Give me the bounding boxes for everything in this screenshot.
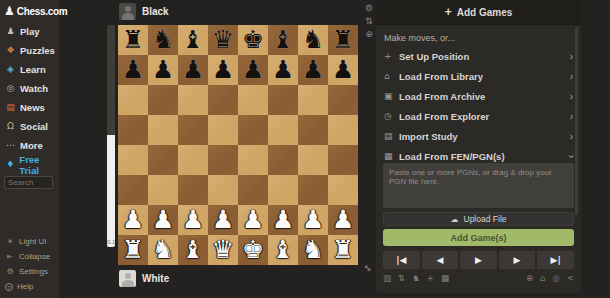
white-bishop[interactable]: ♝ [182,235,204,265]
board-tools: ⚙⇅⊕ [363,3,375,39]
square-d4[interactable] [208,145,238,175]
white-rook[interactable]: ♜ [122,235,144,265]
white-bishop[interactable]: ♝ [272,235,294,265]
square-f1[interactable]: ♝ [268,235,298,265]
black-pawn[interactable]: ♟ [332,55,354,85]
square-g2[interactable]: ♟ [298,205,328,235]
square-g8[interactable]: ♞ [298,25,328,55]
go-to-end-button[interactable]: ▶| [537,251,574,269]
play-button[interactable]: ▶ [460,251,497,269]
black-rook[interactable]: ♜ [332,25,354,55]
add-games-title: Add Games [457,7,513,18]
square-b6[interactable] [148,85,178,115]
white-pawn[interactable]: ♟ [152,205,174,235]
square-h5[interactable] [328,115,358,145]
sidebar: ♟ Chess.com ♟Play❖Puzzles◈Learn◎Watch▤Ne… [0,0,59,298]
square-e8[interactable]: ♚ [238,25,268,55]
square-a8[interactable]: ♜ [118,25,148,55]
panel-footer-toolbar: ▥⇅♞+▦ ⊕⌂◎< [383,273,574,283]
square-a1[interactable]: ♜ [118,235,148,265]
zoom-icon[interactable]: ⊕ [526,273,533,283]
sidebar-footer-settings[interactable]: ⚙Settings [0,264,59,279]
square-a7[interactable]: ♟ [118,55,148,85]
newspaper-icon: ▤ [5,103,16,112]
compass-icon: ◷ [384,111,399,121]
square-c5[interactable] [178,115,208,145]
chevron-right-icon: › [570,51,573,62]
sidebar-item-label: Learn [20,64,46,75]
sidebar-footer-label: Help [17,282,33,291]
sidebar-item-label: Puzzles [20,45,55,56]
sidebar-footer: ☀Light UI⇤Collapse⚙Settings?Help [0,234,59,294]
square-h3[interactable] [328,175,358,205]
sidebar-item-label: More [20,140,43,151]
add-games-header[interactable]: + Add Games [376,0,581,25]
brand-name: Chess.com [17,6,68,17]
square-g1[interactable]: ♞ [298,235,328,265]
resize-board-icon[interactable]: ↔ [362,262,374,274]
square-d2[interactable]: ♟ [208,205,238,235]
go-to-start-button[interactable]: |◀ [383,251,420,269]
load-options-menu: +Set Up Position›⌂Load From Library›▣Loa… [376,46,581,166]
pgn-input[interactable] [383,163,574,208]
chevron-right-icon: › [570,131,573,142]
white-knight[interactable]: ♞ [152,235,174,265]
sidebar-item-free-trial[interactable]: ♦Free Trial [0,155,59,174]
question-icon: ? [5,283,13,291]
pieces-icon[interactable]: ♞ [412,273,420,283]
menu-item-set-up-position[interactable]: +Set Up Position› [376,46,581,66]
sidebar-footer-collapse[interactable]: ⇤Collapse [0,249,59,264]
white-rook[interactable]: ♜ [332,235,354,265]
sidebar-item-label: Social [20,121,48,132]
square-f4[interactable] [268,145,298,175]
square-a3[interactable] [118,175,148,205]
square-e4[interactable] [238,145,268,175]
menu-item-label: Load From Explorer [399,111,570,122]
upload-file-button[interactable]: ☁ Upload File [383,212,574,226]
sidebar-item-label: Free Trial [19,154,59,176]
square-e1[interactable]: ♚ [238,235,268,265]
square-h2[interactable]: ♟ [328,205,358,235]
sidebar-footer-help[interactable]: ?Help [0,279,59,294]
plus-icon: + [445,5,452,19]
black-bishop[interactable]: ♝ [182,25,204,55]
square-c1[interactable]: ♝ [178,235,208,265]
menu-item-label: Import Study [399,131,570,142]
square-b7[interactable]: ♟ [148,55,178,85]
collapse-icon: ⇤ [5,252,15,261]
eval-chart-icon[interactable]: ▥ [383,273,391,283]
sidebar-item-label: Play [20,26,40,37]
black-avatar[interactable] [119,3,136,20]
square-h6[interactable] [328,85,358,115]
menu-item-label: Load From Archive [399,91,570,102]
square-b4[interactable] [148,145,178,175]
menu-item-load-from-library[interactable]: ⌂Load From Library› [376,66,581,86]
sidebar-item-watch[interactable]: ◎Watch [0,79,59,98]
square-a2[interactable]: ♟ [118,205,148,235]
sidebar-nav: ♟Play❖Puzzles◈Learn◎Watch▤NewsΩSocial⋯Mo… [0,22,59,174]
analysis-zoom-icon[interactable]: ⊕ [365,29,373,39]
gear-icon: ⚙ [5,267,15,276]
binoculars-icon: ◎ [5,84,16,93]
black-pawn[interactable]: ♟ [302,55,324,85]
sidebar-item-puzzles[interactable]: ❖Puzzles [0,41,59,60]
light-bulb-icon: ☀ [5,237,15,246]
square-g4[interactable] [298,145,328,175]
square-f5[interactable] [268,115,298,145]
white-king[interactable]: ♚ [242,235,264,265]
square-f8[interactable]: ♝ [268,25,298,55]
white-knight[interactable]: ♞ [302,235,324,265]
puzzle-icon: ❖ [5,46,16,55]
white-pawn[interactable]: ♟ [242,205,264,235]
menu-item-import-study[interactable]: ▤Import Study› [376,126,581,146]
top-player-row: Black [119,3,169,20]
sidebar-footer-label: Light UI [19,237,47,246]
square-f6[interactable] [268,85,298,115]
black-pawn[interactable]: ♟ [242,55,264,85]
white-pawn[interactable]: ♟ [212,205,234,235]
white-pawn[interactable]: ♟ [332,205,354,235]
menu-item-label: Load From Library [399,71,570,82]
square-f7[interactable]: ♟ [268,55,298,85]
chesscom-logo[interactable]: ♟ Chess.com [0,0,59,19]
sidebar-footer-label: Settings [19,267,48,276]
sidebar-item-play[interactable]: ♟Play [0,22,59,41]
square-b3[interactable] [148,175,178,205]
square-g5[interactable] [298,115,328,145]
square-d5[interactable] [208,115,238,145]
white-pawn[interactable]: ♟ [122,205,144,235]
menu-item-label: Set Up Position [399,51,570,62]
previous-move-button[interactable]: ◀ [422,251,459,269]
archive-icon: ▣ [384,91,399,101]
upload-file-label: Upload File [464,214,507,224]
learn-icon: ◈ [5,65,16,74]
square-h8[interactable]: ♜ [328,25,358,55]
sidebar-item-news[interactable]: ▤News [0,98,59,117]
sidebar-footer-light-ui[interactable]: ☀Light UI [0,234,59,249]
target-icon[interactable]: ◎ [552,273,559,283]
square-c7[interactable]: ♟ [178,55,208,85]
white-avatar[interactable] [119,270,136,287]
search-input[interactable] [4,176,53,189]
next-move-button[interactable]: ▶ [499,251,536,269]
square-d1[interactable]: ♛ [208,235,238,265]
evaluation-value: 0.1 [107,239,115,245]
chevron-right-icon: › [570,71,573,82]
black-player-name: Black [142,6,169,17]
menu-item-load-from-archive[interactable]: ▣Load From Archive› [376,86,581,106]
square-g7[interactable]: ♟ [298,55,328,85]
grid-icon: ▦ [384,151,399,161]
sidebar-item-social[interactable]: ΩSocial [0,117,59,136]
add-games-panel: + Add Games Make moves, or... +Set Up Po… [376,0,581,293]
flip-icon[interactable]: ⇅ [398,273,405,283]
square-c2[interactable]: ♟ [178,205,208,235]
white-pawn[interactable]: ♟ [182,205,204,235]
square-g6[interactable] [298,85,328,115]
square-d3[interactable] [208,175,238,205]
square-h4[interactable] [328,145,358,175]
square-f2[interactable]: ♟ [268,205,298,235]
library-icon[interactable]: ⌂ [540,273,545,283]
black-knight[interactable]: ♞ [302,25,324,55]
white-pawn[interactable]: ♟ [272,205,294,235]
square-f3[interactable] [268,175,298,205]
share-icon[interactable]: < [567,273,574,283]
study-icon: ▤ [384,131,399,141]
square-d7[interactable]: ♟ [208,55,238,85]
menu-item-load-from-explorer[interactable]: ◷Load From Explorer› [376,106,581,126]
chevron-right-icon: › [570,91,573,102]
square-g3[interactable] [298,175,328,205]
pawn-logo-icon: ♟ [4,5,15,17]
add-games-button[interactable]: Add Game(s) [383,229,574,246]
sidebar-footer-label: Collapse [19,252,50,261]
white-pawn[interactable]: ♟ [302,205,324,235]
chess-board[interactable]: ♜♞♝♛♚♝♞♜♟♟♟♟♟♟♟♟♟♟♟♟♟♟♟♟♜♞♝♛♚♝♞♜ [118,25,358,265]
bottom-player-row: White [119,270,169,287]
square-e2[interactable]: ♟ [238,205,268,235]
square-a4[interactable] [118,145,148,175]
playback-controls: |◀◀▶▶▶| [383,251,574,269]
square-b2[interactable]: ♟ [148,205,178,235]
library-icon: ⌂ [384,71,399,81]
square-e5[interactable] [238,115,268,145]
square-c3[interactable] [178,175,208,205]
upload-cloud-icon: ☁ [451,215,459,224]
square-a5[interactable] [118,115,148,145]
board-grid-icon[interactable]: ▦ [441,273,449,283]
black-pawn[interactable]: ♟ [122,55,144,85]
square-e6[interactable] [238,85,268,115]
square-d6[interactable] [208,85,238,115]
square-c6[interactable] [178,85,208,115]
square-b5[interactable] [148,115,178,145]
black-pawn[interactable]: ♟ [272,55,294,85]
black-pawn[interactable]: ♟ [152,55,174,85]
square-b1[interactable]: ♞ [148,235,178,265]
chevron-right-icon: › [570,111,573,122]
diamond-icon: ♦ [5,160,15,169]
square-e3[interactable] [238,175,268,205]
evaluation-bar: 0.1 [107,25,115,247]
menu-item-label: Load From FEN/PGN(s) [399,151,570,162]
black-king[interactable]: ♚ [242,25,264,55]
black-rook[interactable]: ♜ [122,25,144,55]
flip-board-icon[interactable]: ⇅ [365,16,373,26]
black-pawn[interactable]: ♟ [182,55,204,85]
square-c4[interactable] [178,145,208,175]
square-a6[interactable] [118,85,148,115]
black-bishop[interactable]: ♝ [272,25,294,55]
panel-scrollbar[interactable] [575,27,578,215]
square-b8[interactable]: ♞ [148,25,178,55]
gear-icon[interactable]: ⚙ [365,3,373,13]
pawn-icon: ♟ [5,27,16,36]
square-h7[interactable]: ♟ [328,55,358,85]
add-icon[interactable]: + [427,273,434,283]
black-queen[interactable]: ♛ [212,25,234,55]
white-player-name: White [142,273,169,284]
sidebar-item-label: Watch [20,83,48,94]
make-moves-hint: Make moves, or... [384,33,581,43]
square-e7[interactable]: ♟ [238,55,268,85]
white-queen[interactable]: ♛ [212,235,234,265]
ellipsis-icon: ⋯ [5,141,16,150]
sidebar-item-label: News [20,102,45,113]
square-c8[interactable]: ♝ [178,25,208,55]
square-d8[interactable]: ♛ [208,25,238,55]
sidebar-item-learn[interactable]: ◈Learn [0,60,59,79]
black-pawn[interactable]: ♟ [212,55,234,85]
plus-icon: + [384,51,399,61]
square-h1[interactable]: ♜ [328,235,358,265]
sidebar-item-more[interactable]: ⋯More [0,136,59,155]
evaluation-bar-white-section [107,135,115,247]
person-icon: Ω [5,122,16,131]
black-knight[interactable]: ♞ [152,25,174,55]
